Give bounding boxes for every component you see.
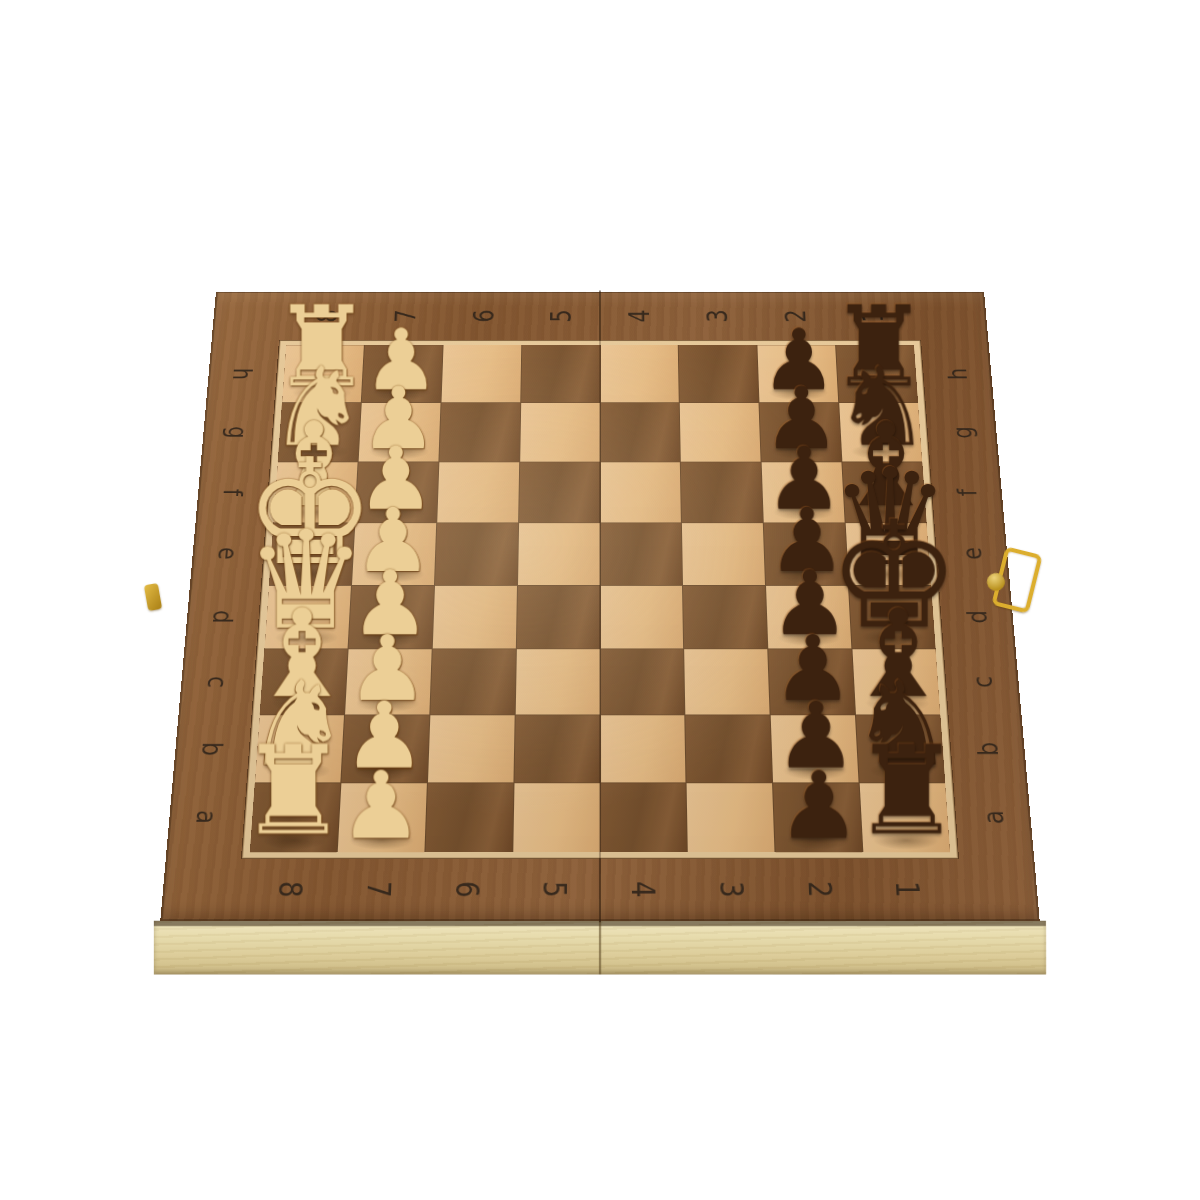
square-b3[interactable] <box>686 716 773 783</box>
white-pawn-a7[interactable]: ♟ <box>339 759 422 852</box>
square-e6[interactable] <box>435 523 518 585</box>
square-g6[interactable] <box>439 403 520 461</box>
rank-label-near-7: 7 <box>339 854 419 926</box>
black-pawn-a2[interactable]: ♟ <box>777 759 860 852</box>
square-e3[interactable] <box>682 523 765 585</box>
square-b5[interactable] <box>514 716 599 783</box>
square-e5[interactable] <box>518 523 600 585</box>
square-g4[interactable] <box>600 403 680 461</box>
pine-side-seam <box>599 921 601 975</box>
square-g5[interactable] <box>520 403 600 461</box>
rank-label-near-6: 6 <box>428 854 507 926</box>
rank-label-near-1: 1 <box>868 854 949 926</box>
rank-label-far-4: 4 <box>605 288 673 344</box>
rank-label-far-6: 6 <box>448 288 517 344</box>
pine-box-side <box>154 921 1046 975</box>
rank-label-far-5: 5 <box>527 288 595 344</box>
square-b4[interactable] <box>601 716 686 783</box>
square-h3[interactable] <box>679 345 759 402</box>
square-h6[interactable] <box>441 345 521 402</box>
square-c4[interactable] <box>601 650 685 715</box>
square-c5[interactable] <box>515 650 599 715</box>
square-d3[interactable] <box>683 585 767 648</box>
square-a7[interactable]: ♟ <box>338 783 427 852</box>
rank-label-near-5: 5 <box>517 854 594 926</box>
rank-label-near-3: 3 <box>693 854 772 926</box>
product-photo-chess-set: 87654321 87654321 hgfedcba hgfedcba ♜♟♟♜… <box>0 0 1200 1200</box>
square-e4[interactable] <box>600 523 682 585</box>
chess-board-grid: ♜♟♟♜♞♟♟♞♝♟♟♝♚♟♟♛♛♟♟♚♝♟♟♝♞♟♟♞♜♟♟♜ <box>250 345 950 852</box>
square-f6[interactable] <box>437 462 519 522</box>
square-c6[interactable] <box>430 650 515 715</box>
square-f5[interactable] <box>519 462 600 522</box>
square-a3[interactable] <box>687 783 775 852</box>
square-g3[interactable] <box>680 403 761 461</box>
square-d5[interactable] <box>516 585 599 648</box>
white-rook-a8[interactable]: ♜ <box>238 730 348 853</box>
square-a8[interactable]: ♜ <box>250 783 340 852</box>
rank-label-far-3: 3 <box>682 288 751 344</box>
square-a2[interactable]: ♟ <box>773 783 862 852</box>
rank-label-near-4: 4 <box>606 854 683 926</box>
square-c3[interactable] <box>685 650 770 715</box>
square-a4[interactable] <box>601 783 688 852</box>
square-f4[interactable] <box>600 462 681 522</box>
square-a6[interactable] <box>425 783 513 852</box>
square-d4[interactable] <box>601 585 684 648</box>
rank-label-near-8: 8 <box>250 854 331 926</box>
folding-chess-board: 87654321 87654321 hgfedcba hgfedcba ♜♟♟♜… <box>160 292 1039 921</box>
black-rook-a1[interactable]: ♜ <box>852 730 962 853</box>
rank-label-near-2: 2 <box>781 854 861 926</box>
square-f3[interactable] <box>681 462 763 522</box>
square-a5[interactable] <box>513 783 600 852</box>
square-h4[interactable] <box>600 345 679 402</box>
rank-labels-near: 87654321 <box>245 858 955 920</box>
square-b6[interactable] <box>428 716 515 783</box>
square-a1[interactable]: ♜ <box>860 783 950 852</box>
square-d6[interactable] <box>432 585 516 648</box>
square-h5[interactable] <box>521 345 600 402</box>
playfield: ♜♟♟♜♞♟♟♞♝♟♟♝♚♟♟♛♛♟♟♚♝♟♟♝♞♟♟♞♜♟♟♜ <box>242 341 958 859</box>
